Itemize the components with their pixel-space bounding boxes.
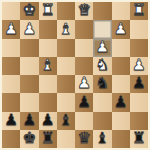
square-g6[interactable] [20, 93, 38, 111]
square-b3[interactable] [112, 39, 130, 57]
square-g7[interactable]: ♟ [20, 112, 38, 130]
black-knight-c5[interactable]: ♞ [95, 76, 109, 92]
square-b4[interactable] [112, 57, 130, 75]
square-d1[interactable]: ♛ [75, 2, 93, 20]
square-h3[interactable] [2, 39, 20, 57]
black-king-g8[interactable]: ♚ [22, 131, 36, 147]
square-a8[interactable]: ♜ [130, 130, 148, 148]
square-f8[interactable]: ♜ [39, 130, 57, 148]
square-a1[interactable]: ♜ [130, 2, 148, 20]
white-queen-d1[interactable]: ♛ [77, 3, 91, 19]
square-d3[interactable] [75, 39, 93, 57]
square-b2[interactable]: ♟ [112, 20, 130, 38]
square-a2[interactable] [130, 20, 148, 38]
square-c7[interactable] [93, 112, 111, 130]
white-bishop-e2[interactable]: ♝ [59, 22, 73, 38]
chess-board: ♚♜♛♜♟♟♝♟♟♝♞♟♟♞♟♟♟♟♟♟♝♚♜♛♝♜ [2, 2, 148, 148]
white-knight-c4[interactable]: ♞ [95, 58, 109, 74]
square-h4[interactable] [2, 57, 20, 75]
square-c4[interactable]: ♞ [93, 57, 111, 75]
white-pawn-h2[interactable]: ♟ [4, 22, 18, 38]
square-e4[interactable] [57, 57, 75, 75]
white-pawn-b2[interactable]: ♟ [114, 22, 128, 38]
black-pawn-g7[interactable]: ♟ [22, 113, 36, 129]
square-d7[interactable] [75, 112, 93, 130]
black-queen-d8[interactable]: ♛ [77, 131, 91, 147]
black-pawn-h7[interactable]: ♟ [4, 113, 18, 129]
square-h5[interactable] [2, 75, 20, 93]
square-h7[interactable]: ♟ [2, 112, 20, 130]
square-a7[interactable] [130, 112, 148, 130]
square-c5[interactable]: ♞ [93, 75, 111, 93]
square-g5[interactable] [20, 75, 38, 93]
square-c3[interactable]: ♟ [93, 39, 111, 57]
white-pawn-d5[interactable]: ♟ [77, 76, 91, 92]
black-bishop-e7[interactable]: ♝ [59, 113, 73, 129]
square-f2[interactable] [39, 20, 57, 38]
square-b1[interactable] [112, 2, 130, 20]
square-e3[interactable] [57, 39, 75, 57]
square-a3[interactable] [130, 39, 148, 57]
square-g3[interactable] [20, 39, 38, 57]
black-pawn-d6[interactable]: ♟ [77, 95, 91, 111]
square-b8[interactable] [112, 130, 130, 148]
square-h8[interactable] [2, 130, 20, 148]
square-f4[interactable]: ♝ [39, 57, 57, 75]
black-pawn-a5[interactable]: ♟ [132, 76, 146, 92]
square-e2[interactable]: ♝ [57, 20, 75, 38]
square-g4[interactable] [20, 57, 38, 75]
square-d6[interactable]: ♟ [75, 93, 93, 111]
black-pawn-f7[interactable]: ♟ [41, 113, 55, 129]
square-e8[interactable] [57, 130, 75, 148]
white-pawn-c3[interactable]: ♟ [95, 40, 109, 56]
black-pawn-b6[interactable]: ♟ [114, 95, 128, 111]
square-c6[interactable] [93, 93, 111, 111]
square-f6[interactable] [39, 93, 57, 111]
square-a6[interactable] [130, 93, 148, 111]
square-g1[interactable]: ♚ [20, 2, 38, 20]
square-g2[interactable]: ♟ [20, 20, 38, 38]
square-d4[interactable] [75, 57, 93, 75]
square-f7[interactable]: ♟ [39, 112, 57, 130]
square-d8[interactable]: ♛ [75, 130, 93, 148]
square-a4[interactable]: ♟ [130, 57, 148, 75]
black-bishop-c8[interactable]: ♝ [95, 131, 109, 147]
white-bishop-f4[interactable]: ♝ [41, 58, 55, 74]
square-h2[interactable]: ♟ [2, 20, 20, 38]
square-e1[interactable] [57, 2, 75, 20]
square-e7[interactable]: ♝ [57, 112, 75, 130]
square-f1[interactable]: ♜ [39, 2, 57, 20]
square-e5[interactable] [57, 75, 75, 93]
white-pawn-g2[interactable]: ♟ [22, 22, 36, 38]
square-a5[interactable]: ♟ [130, 75, 148, 93]
square-b6[interactable]: ♟ [112, 93, 130, 111]
square-h1[interactable] [2, 2, 20, 20]
square-e6[interactable] [57, 93, 75, 111]
square-c8[interactable]: ♝ [93, 130, 111, 148]
square-b5[interactable] [112, 75, 130, 93]
white-pawn-a4[interactable]: ♟ [132, 58, 146, 74]
square-d2[interactable] [75, 20, 93, 38]
square-g8[interactable]: ♚ [20, 130, 38, 148]
white-rook-a1[interactable]: ♜ [132, 3, 146, 19]
white-rook-f1[interactable]: ♜ [41, 3, 55, 19]
square-c1[interactable] [93, 2, 111, 20]
board-frame: ♚♜♛♜♟♟♝♟♟♝♞♟♟♞♟♟♟♟♟♟♝♚♜♛♝♜ [0, 0, 150, 150]
square-d5[interactable]: ♟ [75, 75, 93, 93]
black-rook-f8[interactable]: ♜ [41, 131, 55, 147]
square-h6[interactable] [2, 93, 20, 111]
white-king-g1[interactable]: ♚ [22, 3, 36, 19]
square-f3[interactable] [39, 39, 57, 57]
square-f5[interactable] [39, 75, 57, 93]
black-rook-a8[interactable]: ♜ [132, 131, 146, 147]
square-c2[interactable] [93, 20, 111, 38]
square-b7[interactable] [112, 112, 130, 130]
